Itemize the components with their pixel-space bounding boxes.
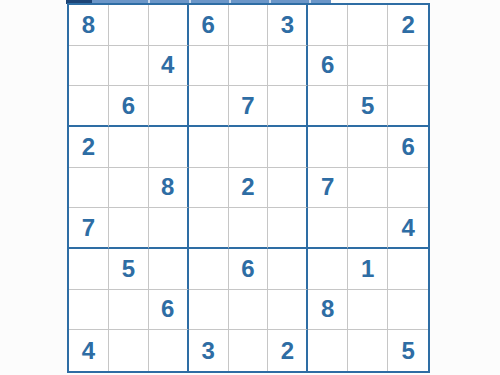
cell-r5c7[interactable]: 7 (308, 168, 348, 209)
cell-r2c1[interactable] (69, 46, 109, 87)
cell-r8c2[interactable] (109, 290, 149, 331)
cell-r8c9[interactable] (388, 290, 428, 331)
cell-r7c4[interactable] (189, 249, 229, 290)
cell-r5c4[interactable] (189, 168, 229, 209)
cell-r1c3[interactable] (149, 5, 189, 46)
cell-r2c3[interactable]: 4 (149, 46, 189, 87)
cell-r8c1[interactable] (69, 290, 109, 331)
cell-r6c8[interactable] (348, 208, 388, 249)
cell-r1c8[interactable] (348, 5, 388, 46)
cell-r6c3[interactable] (149, 208, 189, 249)
cell-r8c5[interactable] (229, 290, 269, 331)
cell-r9c6[interactable]: 2 (268, 330, 308, 371)
cell-r4c4[interactable] (189, 127, 229, 168)
cell-r3c1[interactable] (69, 86, 109, 127)
cell-r5c6[interactable] (268, 168, 308, 209)
cell-r1c1[interactable]: 8 (69, 5, 109, 46)
cell-r9c5[interactable] (229, 330, 269, 371)
cell-r5c3[interactable]: 8 (149, 168, 189, 209)
cell-r3c7[interactable] (308, 86, 348, 127)
cell-r2c5[interactable] (229, 46, 269, 87)
cell-r8c8[interactable] (348, 290, 388, 331)
cell-r7c3[interactable] (149, 249, 189, 290)
cell-r9c9[interactable]: 5 (388, 330, 428, 371)
cell-r7c2[interactable]: 5 (109, 249, 149, 290)
cell-r6c2[interactable] (109, 208, 149, 249)
cell-r5c1[interactable] (69, 168, 109, 209)
cell-r8c6[interactable] (268, 290, 308, 331)
cell-r5c9[interactable] (388, 168, 428, 209)
cell-r9c1[interactable]: 4 (69, 330, 109, 371)
sudoku-board: 8632466752682774561684325 (67, 3, 430, 373)
cell-r4c5[interactable] (229, 127, 269, 168)
cell-r3c8[interactable]: 5 (348, 86, 388, 127)
cell-r9c3[interactable] (149, 330, 189, 371)
cell-r4c3[interactable] (149, 127, 189, 168)
cell-r3c4[interactable] (189, 86, 229, 127)
cell-r3c5[interactable]: 7 (229, 86, 269, 127)
cell-r6c9[interactable]: 4 (388, 208, 428, 249)
cell-r9c8[interactable] (348, 330, 388, 371)
cell-r2c2[interactable] (109, 46, 149, 87)
cell-r4c8[interactable] (348, 127, 388, 168)
cell-r2c6[interactable] (268, 46, 308, 87)
cell-r6c6[interactable] (268, 208, 308, 249)
cell-r2c4[interactable] (189, 46, 229, 87)
cell-r6c7[interactable] (308, 208, 348, 249)
cell-r1c5[interactable] (229, 5, 269, 46)
cell-r4c2[interactable] (109, 127, 149, 168)
cell-r4c6[interactable] (268, 127, 308, 168)
cell-r6c4[interactable] (189, 208, 229, 249)
cell-r4c1[interactable]: 2 (69, 127, 109, 168)
cell-r3c9[interactable] (388, 86, 428, 127)
cell-r7c9[interactable] (388, 249, 428, 290)
cell-r1c6[interactable]: 3 (268, 5, 308, 46)
cell-r7c1[interactable] (69, 249, 109, 290)
cell-r7c6[interactable] (268, 249, 308, 290)
cell-r8c3[interactable]: 6 (149, 290, 189, 331)
cell-r1c9[interactable]: 2 (388, 5, 428, 46)
cell-r6c5[interactable] (229, 208, 269, 249)
cell-r8c4[interactable] (189, 290, 229, 331)
cell-r8c7[interactable]: 8 (308, 290, 348, 331)
cell-r2c9[interactable] (388, 46, 428, 87)
cell-r2c8[interactable] (348, 46, 388, 87)
cell-r7c8[interactable]: 1 (348, 249, 388, 290)
cell-r6c1[interactable]: 7 (69, 208, 109, 249)
cell-r7c5[interactable]: 6 (229, 249, 269, 290)
cell-r5c2[interactable] (109, 168, 149, 209)
cell-r5c8[interactable] (348, 168, 388, 209)
cell-r1c4[interactable]: 6 (189, 5, 229, 46)
cell-r3c6[interactable] (268, 86, 308, 127)
cell-r9c7[interactable] (308, 330, 348, 371)
cell-r1c7[interactable] (308, 5, 348, 46)
cell-r2c7[interactable]: 6 (308, 46, 348, 87)
cell-r9c2[interactable] (109, 330, 149, 371)
cell-r5c5[interactable]: 2 (229, 168, 269, 209)
cell-r7c7[interactable] (308, 249, 348, 290)
cell-r3c3[interactable] (149, 86, 189, 127)
cell-r4c9[interactable]: 6 (388, 127, 428, 168)
cell-r9c4[interactable]: 3 (189, 330, 229, 371)
cell-r3c2[interactable]: 6 (109, 86, 149, 127)
cell-r4c7[interactable] (308, 127, 348, 168)
cell-r1c2[interactable] (109, 5, 149, 46)
